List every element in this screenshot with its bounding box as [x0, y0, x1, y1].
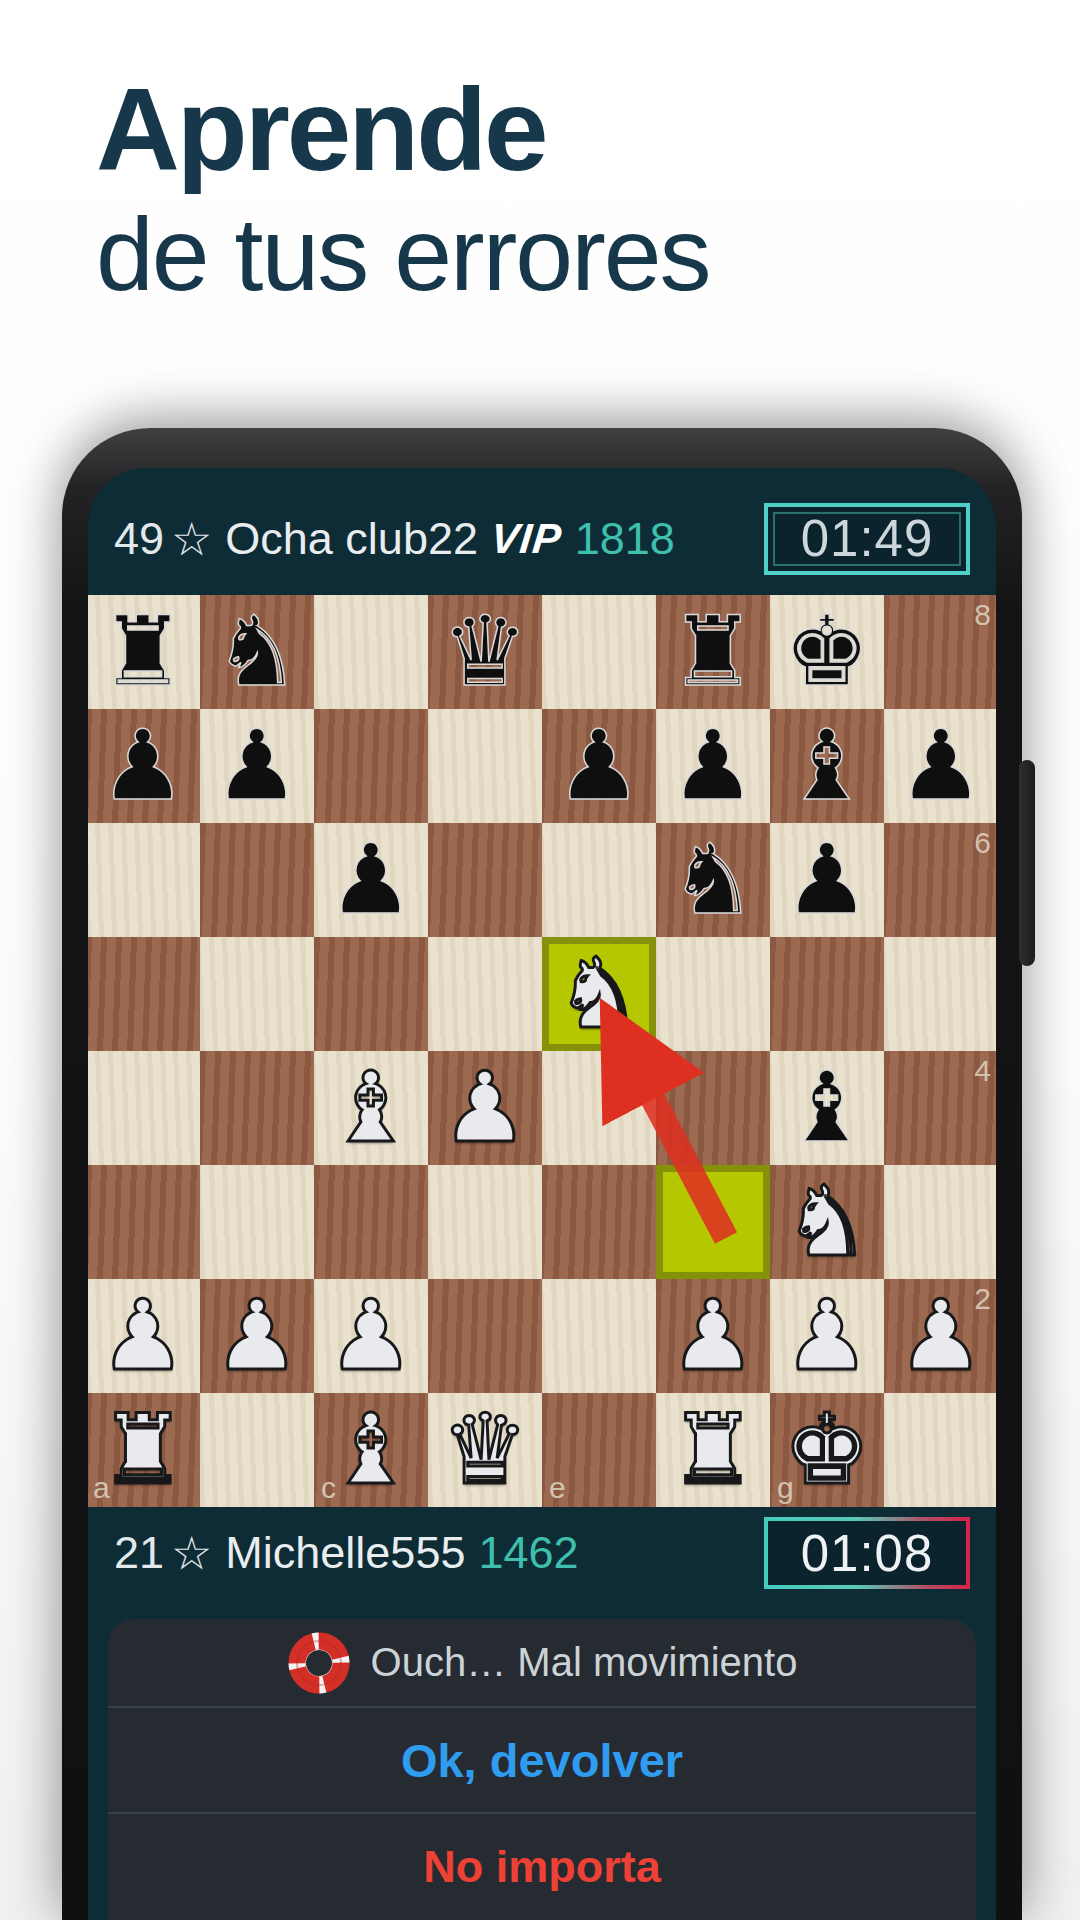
vip-badge: VIP — [488, 515, 564, 563]
piece-black-pawn: ♟ — [88, 709, 200, 823]
square-e6[interactable] — [542, 823, 656, 937]
square-b1[interactable] — [200, 1393, 314, 1507]
rank-label-6: 6 — [974, 826, 991, 860]
piece-black-pawn: ♟ — [884, 709, 996, 823]
piece-white-pawn: ♟ — [770, 1279, 884, 1393]
square-g6[interactable]: ♟ — [770, 823, 884, 937]
square-c6[interactable]: ♟ — [314, 823, 428, 937]
piece-white-pawn: ♟ — [200, 1279, 314, 1393]
piece-black-king: ♚ — [770, 595, 884, 709]
piece-white-pawn: ♟ — [428, 1051, 542, 1165]
screen-lower-area: Ouch… Mal movimiento Ok, devolver No imp… — [88, 1599, 996, 1920]
promo-headline: Aprende de tus errores — [96, 70, 710, 310]
square-e4[interactable] — [542, 1051, 656, 1165]
piece-black-rook: ♜ — [656, 595, 770, 709]
square-b5[interactable] — [200, 937, 314, 1051]
opponent-game-count: 49 — [114, 513, 164, 565]
square-h8[interactable]: 8 — [884, 595, 996, 709]
square-b6[interactable] — [200, 823, 314, 937]
file-label-g: g — [777, 1471, 794, 1505]
headline-line2: de tus errores — [96, 198, 710, 310]
file-label-a: a — [93, 1471, 110, 1505]
piece-white-pawn: ♟ — [656, 1279, 770, 1393]
player-name: Michelle555 — [225, 1527, 465, 1579]
square-g2[interactable]: ♟ — [770, 1279, 884, 1393]
piece-black-bishop: ♝ — [770, 1051, 884, 1165]
square-h4[interactable]: 4 — [884, 1051, 996, 1165]
square-h6[interactable]: 6 — [884, 823, 996, 937]
square-c1[interactable]: ♝c — [314, 1393, 428, 1507]
piece-white-knight: ♞ — [770, 1165, 884, 1279]
rank-label-4: 4 — [974, 1054, 991, 1088]
piece-black-bishop: ♝ — [770, 709, 884, 823]
square-g5[interactable] — [770, 937, 884, 1051]
square-g7[interactable]: ♝ — [770, 709, 884, 823]
rank-label-2: 2 — [974, 1282, 991, 1316]
piece-black-pawn: ♟ — [314, 823, 428, 937]
piece-black-queen: ♛ — [428, 595, 542, 709]
opponent-bar: 49 ☆ Ocha club22 VIP 1818 01:49 — [88, 468, 996, 595]
rank-label-8: 8 — [974, 598, 991, 632]
square-d7[interactable] — [428, 709, 542, 823]
takeback-dialog: Ouch… Mal movimiento Ok, devolver No imp… — [108, 1619, 976, 1920]
file-label-e: e — [549, 1471, 566, 1505]
square-g8[interactable]: ♚ — [770, 595, 884, 709]
square-a4[interactable] — [88, 1051, 200, 1165]
square-f6[interactable]: ♞ — [656, 823, 770, 937]
square-e2[interactable] — [542, 1279, 656, 1393]
square-d8[interactable]: ♛ — [428, 595, 542, 709]
square-e7[interactable]: ♟ — [542, 709, 656, 823]
square-d6[interactable] — [428, 823, 542, 937]
square-c5[interactable] — [314, 937, 428, 1051]
piece-white-bishop: ♝ — [314, 1051, 428, 1165]
piece-white-pawn: ♟ — [314, 1279, 428, 1393]
square-d4[interactable]: ♟ — [428, 1051, 542, 1165]
opponent-info[interactable]: 49 ☆ Ocha club22 VIP 1818 — [114, 512, 764, 566]
square-e5[interactable]: ♞ — [542, 937, 656, 1051]
dialog-header: Ouch… Mal movimiento — [108, 1619, 976, 1706]
square-d3[interactable] — [428, 1165, 542, 1279]
square-f7[interactable]: ♟ — [656, 709, 770, 823]
square-h3[interactable] — [884, 1165, 996, 1279]
player-game-count: 21 — [114, 1527, 164, 1579]
square-f5[interactable] — [656, 937, 770, 1051]
piece-black-knight: ♞ — [656, 823, 770, 937]
piece-black-rook: ♜ — [88, 595, 200, 709]
square-c3[interactable] — [314, 1165, 428, 1279]
square-c7[interactable] — [314, 709, 428, 823]
lifebuoy-icon — [280, 1624, 358, 1702]
square-a8[interactable]: ♜ — [88, 595, 200, 709]
chess-board[interactable]: ♜♞♛♜♚8♟♟♟♟♝♟♟♞♟6♞♝♟♝4♞♟♟♟♟♟♟2♜a♝c♛e♜♚g — [88, 595, 996, 1507]
opponent-name: Ocha club22 — [225, 513, 478, 565]
app-screen: 49 ☆ Ocha club22 VIP 1818 01:49 ♜♞♛♜♚8♟♟… — [88, 468, 996, 1920]
phone-power-button — [1019, 760, 1035, 966]
player-info[interactable]: 21 ☆ Michelle555 1462 — [114, 1526, 764, 1580]
opponent-rating: 1818 — [575, 513, 675, 565]
square-b3[interactable] — [200, 1165, 314, 1279]
square-e3[interactable] — [542, 1165, 656, 1279]
dialog-message: Ouch… Mal movimiento — [371, 1640, 798, 1685]
square-a2[interactable]: ♟ — [88, 1279, 200, 1393]
player-bar: 21 ☆ Michelle555 1462 01:08 — [88, 1507, 996, 1599]
takeback-accept-button[interactable]: Ok, devolver — [108, 1708, 976, 1812]
square-a5[interactable] — [88, 937, 200, 1051]
square-g4[interactable]: ♝ — [770, 1051, 884, 1165]
square-c8[interactable] — [314, 595, 428, 709]
piece-black-pawn: ♟ — [542, 709, 656, 823]
square-f8[interactable]: ♜ — [656, 595, 770, 709]
square-f3[interactable] — [656, 1165, 770, 1279]
square-b8[interactable]: ♞ — [200, 595, 314, 709]
phone-mockup: 49 ☆ Ocha club22 VIP 1818 01:49 ♜♞♛♜♚8♟♟… — [62, 428, 1022, 1920]
square-d2[interactable] — [428, 1279, 542, 1393]
square-b7[interactable]: ♟ — [200, 709, 314, 823]
square-b4[interactable] — [200, 1051, 314, 1165]
piece-black-knight: ♞ — [200, 595, 314, 709]
square-h5[interactable] — [884, 937, 996, 1051]
star-icon: ☆ — [171, 1526, 212, 1580]
square-b2[interactable]: ♟ — [200, 1279, 314, 1393]
takeback-decline-button[interactable]: No importa — [108, 1814, 976, 1920]
piece-black-pawn: ♟ — [770, 823, 884, 937]
square-c2[interactable]: ♟ — [314, 1279, 428, 1393]
piece-white-queen: ♛ — [428, 1393, 542, 1507]
square-a1[interactable]: ♜a — [88, 1393, 200, 1507]
piece-black-pawn: ♟ — [200, 709, 314, 823]
piece-black-pawn: ♟ — [656, 709, 770, 823]
piece-white-knight: ♞ — [542, 937, 656, 1051]
square-g1[interactable]: ♚g — [770, 1393, 884, 1507]
square-d1[interactable]: ♛ — [428, 1393, 542, 1507]
square-h7[interactable]: ♟ — [884, 709, 996, 823]
square-g3[interactable]: ♞ — [770, 1165, 884, 1279]
player-rating: 1462 — [478, 1527, 578, 1579]
opponent-clock: 01:49 — [764, 503, 970, 575]
square-a6[interactable] — [88, 823, 200, 937]
headline-line1: Aprende — [96, 70, 710, 192]
square-f2[interactable]: ♟ — [656, 1279, 770, 1393]
piece-white-pawn: ♟ — [88, 1279, 200, 1393]
square-c4[interactable]: ♝ — [314, 1051, 428, 1165]
file-label-c: c — [321, 1471, 336, 1505]
square-a7[interactable]: ♟ — [88, 709, 200, 823]
player-clock: 01:08 — [764, 1517, 970, 1589]
star-icon: ☆ — [171, 512, 212, 566]
square-a3[interactable] — [88, 1165, 200, 1279]
square-d5[interactable] — [428, 937, 542, 1051]
piece-white-rook: ♜ — [656, 1393, 770, 1507]
square-f4[interactable] — [656, 1051, 770, 1165]
square-h1[interactable] — [884, 1393, 996, 1507]
square-f1[interactable]: ♜ — [656, 1393, 770, 1507]
square-e8[interactable] — [542, 595, 656, 709]
square-h2[interactable]: ♟2 — [884, 1279, 996, 1393]
square-e1[interactable]: e — [542, 1393, 656, 1507]
